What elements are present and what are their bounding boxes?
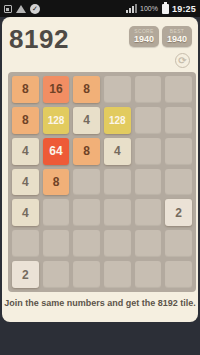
cell-r2c2: 128 — [43, 107, 70, 134]
tile-8: 8 — [73, 138, 100, 165]
cell-r1c6 — [165, 76, 192, 103]
cell-r2c6 — [165, 107, 192, 134]
status-right-icons: 100% 19:25 — [126, 4, 196, 14]
clock: 19:25 — [172, 4, 196, 14]
cell-r2c3: 4 — [73, 107, 100, 134]
tile-4: 4 — [12, 138, 39, 165]
tile-8: 8 — [43, 169, 70, 196]
cell-r7c2 — [43, 261, 70, 288]
cell-r6c4 — [104, 230, 131, 257]
cell-r7c4 — [104, 261, 131, 288]
cell-r7c6 — [165, 261, 192, 288]
tile-8: 8 — [12, 76, 39, 103]
cell-r7c1: 2 — [12, 261, 39, 288]
cell-r4c5 — [135, 169, 162, 196]
cell-r1c2: 16 — [43, 76, 70, 103]
cell-r6c6 — [165, 230, 192, 257]
cell-r7c3 — [73, 261, 100, 288]
instruction-text: Join the same numbers and get the 8192 t… — [2, 298, 198, 308]
cell-r4c3 — [73, 169, 100, 196]
app-title: 8192 — [9, 26, 69, 52]
battery-icon — [162, 4, 169, 14]
board[interactable]: 8168812841284648448422 — [8, 72, 196, 292]
tile-2: 2 — [12, 261, 39, 288]
cell-r1c3: 8 — [73, 76, 100, 103]
tile-64: 64 — [43, 138, 70, 165]
screenshot-icon — [4, 5, 12, 13]
cell-r1c1: 8 — [12, 76, 39, 103]
score-box: SCORE 1940 — [129, 26, 159, 47]
cell-r3c6 — [165, 138, 192, 165]
cell-r3c2: 64 — [43, 138, 70, 165]
cell-r4c4 — [104, 169, 131, 196]
restart-button[interactable]: ⟳ — [175, 53, 190, 68]
cell-r1c4 — [104, 76, 131, 103]
tile-16: 16 — [43, 76, 70, 103]
tile-4: 4 — [12, 199, 39, 226]
cell-r1c5 — [135, 76, 162, 103]
cell-r2c5 — [135, 107, 162, 134]
tile-4: 4 — [12, 169, 39, 196]
score-value: 1940 — [134, 34, 154, 44]
cell-r2c4: 128 — [104, 107, 131, 134]
cell-r4c1: 4 — [12, 169, 39, 196]
tile-128: 128 — [43, 107, 70, 134]
tile-2: 2 — [165, 199, 192, 226]
tile-128: 128 — [104, 107, 131, 134]
battery-percent: 100% — [140, 5, 158, 12]
cell-r5c5 — [135, 199, 162, 226]
cell-r3c1: 4 — [12, 138, 39, 165]
cell-r2c1: 8 — [12, 107, 39, 134]
cell-r3c5 — [135, 138, 162, 165]
cell-r5c6: 2 — [165, 199, 192, 226]
tile-8: 8 — [73, 76, 100, 103]
status-left-icons: ✓ — [4, 4, 40, 14]
wifi-icon — [16, 5, 26, 13]
cell-r5c3 — [73, 199, 100, 226]
check-circle-icon: ✓ — [30, 4, 40, 14]
cell-r4c6 — [165, 169, 192, 196]
cell-r6c5 — [135, 230, 162, 257]
cell-r5c4 — [104, 199, 131, 226]
best-box: BEST 1940 — [162, 26, 192, 47]
signal-icon — [126, 4, 137, 13]
cell-r6c3 — [73, 230, 100, 257]
score-panel: SCORE 1940 BEST 1940 — [129, 26, 192, 47]
cell-r6c2 — [43, 230, 70, 257]
tile-4: 4 — [73, 107, 100, 134]
cell-r5c1: 4 — [12, 199, 39, 226]
status-bar: ✓ 100% 19:25 — [0, 0, 200, 17]
cell-r6c1 — [12, 230, 39, 257]
tile-4: 4 — [104, 138, 131, 165]
cell-r5c2 — [43, 199, 70, 226]
tile-8: 8 — [12, 107, 39, 134]
cell-r3c4: 4 — [104, 138, 131, 165]
best-value: 1940 — [167, 34, 187, 44]
app-card: 8192 SCORE 1940 BEST 1940 ⟳ 816881284128… — [2, 17, 198, 322]
cell-r3c3: 8 — [73, 138, 100, 165]
cell-r7c5 — [135, 261, 162, 288]
cell-r4c2: 8 — [43, 169, 70, 196]
header: 8192 SCORE 1940 BEST 1940 — [2, 17, 198, 52]
